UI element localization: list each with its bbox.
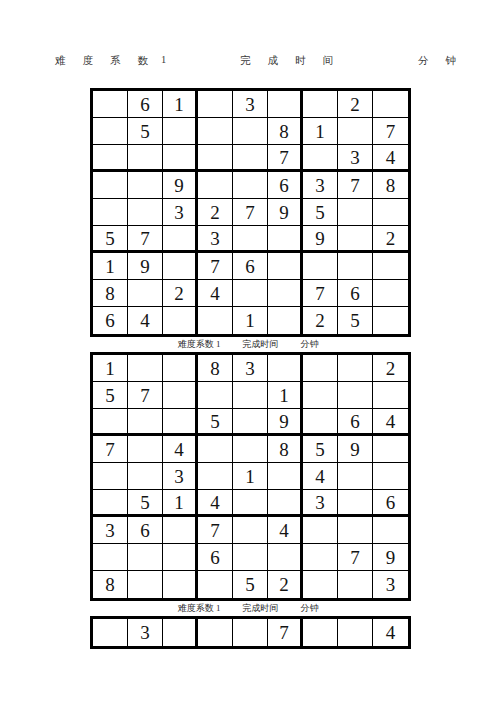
- grid-2-caption: 难度系数 1 完成时间 分钟: [0, 602, 496, 615]
- sudoku-cell: 4: [128, 307, 163, 334]
- sudoku-cell: [338, 463, 373, 490]
- sudoku-cell: [303, 355, 338, 382]
- sudoku-cell: 5: [338, 307, 373, 334]
- sudoku-cell: 3: [163, 463, 198, 490]
- sudoku-cell: [163, 253, 198, 280]
- sudoku-cell: 9: [303, 226, 338, 253]
- sudoku-cell: [233, 280, 268, 307]
- sudoku-cell: 8: [93, 280, 128, 307]
- sudoku-cell: [163, 307, 198, 334]
- sudoku-grid-2: 18325715964748593145143636746798523: [90, 352, 411, 601]
- sudoku-cell: [338, 571, 373, 598]
- sudoku-cell: 5: [303, 199, 338, 226]
- sudoku-cell: 1: [93, 253, 128, 280]
- page-header: 难度系数 1 完成时间 分钟: [0, 54, 496, 70]
- sudoku-cell: 3: [303, 172, 338, 199]
- sudoku-cell: 9: [268, 409, 303, 436]
- sudoku-cell: [93, 118, 128, 145]
- sudoku-cell: [93, 463, 128, 490]
- sudoku-cell: [338, 355, 373, 382]
- difficulty-value: 1: [161, 54, 166, 65]
- sudoku-cell: [303, 91, 338, 118]
- sudoku-cell: [233, 145, 268, 172]
- sudoku-cell: 7: [233, 199, 268, 226]
- sudoku-cell: [373, 253, 408, 280]
- sudoku-cell: 1: [233, 463, 268, 490]
- sudoku-cell: [93, 490, 128, 517]
- sudoku-cell: 4: [268, 517, 303, 544]
- sudoku-cell: [233, 490, 268, 517]
- sudoku-cell: [338, 517, 373, 544]
- sudoku-cell: 7: [198, 517, 233, 544]
- difficulty-label: 难度系数: [55, 54, 165, 68]
- sudoku-cell: 5: [93, 382, 128, 409]
- sudoku-cell: [163, 544, 198, 571]
- sudoku-cell: [163, 145, 198, 172]
- sudoku-cell: [233, 544, 268, 571]
- sudoku-cell: 9: [373, 544, 408, 571]
- sudoku-cell: 6: [338, 280, 373, 307]
- sudoku-cell: 7: [268, 619, 303, 646]
- sudoku-cell: [338, 382, 373, 409]
- sudoku-cell: 7: [128, 382, 163, 409]
- sudoku-grid-3-partial: 374: [90, 616, 411, 649]
- sudoku-cell: 5: [303, 436, 338, 463]
- sudoku-cell: [93, 172, 128, 199]
- sudoku-cell: [163, 409, 198, 436]
- caption-time: 完成时间: [242, 338, 278, 351]
- sudoku-cell: 1: [93, 355, 128, 382]
- sudoku-cell: 2: [163, 280, 198, 307]
- sudoku-cell: [303, 544, 338, 571]
- sudoku-cell: [373, 307, 408, 334]
- sudoku-cell: [163, 619, 198, 646]
- sudoku-cell: [303, 145, 338, 172]
- sudoku-cell: [128, 409, 163, 436]
- sudoku-cell: [198, 172, 233, 199]
- sudoku-cell: [268, 490, 303, 517]
- sudoku-cell: 6: [128, 91, 163, 118]
- sudoku-cell: [373, 517, 408, 544]
- sudoku-cell: 2: [338, 91, 373, 118]
- sudoku-cell: [198, 463, 233, 490]
- sudoku-cell: 3: [128, 619, 163, 646]
- sudoku-cell: [373, 199, 408, 226]
- sudoku-cell: 3: [233, 355, 268, 382]
- sudoku-cell: 4: [373, 409, 408, 436]
- sudoku-cell: [198, 91, 233, 118]
- sudoku-cell: 9: [268, 199, 303, 226]
- sudoku-cell: [198, 436, 233, 463]
- sudoku-cell: [268, 280, 303, 307]
- sudoku-cell: [303, 382, 338, 409]
- sudoku-cell: [373, 91, 408, 118]
- sudoku-cell: [128, 571, 163, 598]
- sudoku-cell: [233, 517, 268, 544]
- completion-time-label: 完成时间: [240, 54, 350, 68]
- sudoku-cell: [233, 118, 268, 145]
- sudoku-cell: [268, 307, 303, 334]
- sudoku-cell: 7: [338, 172, 373, 199]
- sudoku-cell: [93, 544, 128, 571]
- sudoku-cell: 3: [163, 199, 198, 226]
- sudoku-cell: [373, 382, 408, 409]
- sudoku-cell: [198, 382, 233, 409]
- sudoku-cell: 4: [303, 463, 338, 490]
- sudoku-cell: [268, 226, 303, 253]
- sudoku-cell: [338, 490, 373, 517]
- grid-1-caption: 难度系数 1 完成时间 分钟: [0, 338, 496, 351]
- sudoku-cell: 1: [233, 307, 268, 334]
- sudoku-cell: 6: [233, 253, 268, 280]
- sudoku-cell: [163, 382, 198, 409]
- sudoku-cell: 1: [268, 382, 303, 409]
- sudoku-cell: 9: [338, 436, 373, 463]
- sudoku-cell: [303, 571, 338, 598]
- sudoku-cell: 8: [373, 172, 408, 199]
- sudoku-cell: 5: [198, 409, 233, 436]
- sudoku-cell: 1: [303, 118, 338, 145]
- sudoku-cell: [93, 145, 128, 172]
- sudoku-cell: [198, 619, 233, 646]
- sudoku-cell: 3: [338, 145, 373, 172]
- sudoku-cell: [163, 355, 198, 382]
- sudoku-cell: [373, 280, 408, 307]
- sudoku-cell: 9: [128, 253, 163, 280]
- sudoku-cell: 1: [163, 490, 198, 517]
- caption-minutes: 分钟: [300, 338, 318, 351]
- sudoku-cell: 2: [373, 355, 408, 382]
- sudoku-cell: [233, 409, 268, 436]
- minutes-label: 分钟: [418, 54, 473, 68]
- sudoku-worksheet-page: 难度系数 1 完成时间 分钟 6132581773496378327955739…: [0, 0, 496, 702]
- sudoku-cell: [233, 226, 268, 253]
- sudoku-cell: 4: [198, 280, 233, 307]
- sudoku-cell: [303, 619, 338, 646]
- sudoku-cell: [338, 253, 373, 280]
- caption-minutes: 分钟: [300, 602, 318, 615]
- sudoku-grid-1: 6132581773496378327955739219768247664125: [90, 88, 411, 337]
- sudoku-cell: [93, 199, 128, 226]
- sudoku-cell: 6: [128, 517, 163, 544]
- sudoku-cell: [198, 307, 233, 334]
- sudoku-cell: 7: [268, 145, 303, 172]
- sudoku-cell: [233, 619, 268, 646]
- sudoku-cell: 9: [163, 172, 198, 199]
- sudoku-cell: 7: [303, 280, 338, 307]
- caption-difficulty: 难度系数 1: [178, 602, 221, 615]
- sudoku-cell: [163, 571, 198, 598]
- sudoku-cell: 5: [233, 571, 268, 598]
- sudoku-cell: 8: [198, 355, 233, 382]
- sudoku-cell: [163, 118, 198, 145]
- sudoku-cell: [338, 619, 373, 646]
- sudoku-cell: 8: [268, 118, 303, 145]
- sudoku-cell: [338, 199, 373, 226]
- sudoku-cell: 8: [268, 436, 303, 463]
- sudoku-cell: [93, 619, 128, 646]
- sudoku-cell: 1: [163, 91, 198, 118]
- sudoku-cell: [128, 172, 163, 199]
- sudoku-cell: [268, 463, 303, 490]
- sudoku-cell: [163, 517, 198, 544]
- sudoku-cell: [128, 199, 163, 226]
- sudoku-cell: 6: [338, 409, 373, 436]
- sudoku-cell: 4: [163, 436, 198, 463]
- sudoku-cell: [303, 253, 338, 280]
- sudoku-cell: 4: [198, 490, 233, 517]
- sudoku-cell: 2: [373, 226, 408, 253]
- caption-difficulty: 难度系数 1: [178, 338, 221, 351]
- sudoku-cell: [128, 544, 163, 571]
- sudoku-cell: [198, 118, 233, 145]
- sudoku-cell: 3: [93, 517, 128, 544]
- sudoku-cell: [163, 226, 198, 253]
- sudoku-cell: 3: [198, 226, 233, 253]
- caption-time: 完成时间: [242, 602, 278, 615]
- sudoku-cell: [303, 517, 338, 544]
- sudoku-cell: [268, 91, 303, 118]
- sudoku-cell: 4: [373, 619, 408, 646]
- sudoku-cell: [338, 226, 373, 253]
- sudoku-cell: 2: [198, 199, 233, 226]
- sudoku-cell: 7: [198, 253, 233, 280]
- sudoku-cell: 3: [303, 490, 338, 517]
- sudoku-cell: [128, 280, 163, 307]
- sudoku-cell: [268, 544, 303, 571]
- sudoku-cell: 3: [373, 571, 408, 598]
- sudoku-cell: [198, 571, 233, 598]
- sudoku-cell: 7: [128, 226, 163, 253]
- sudoku-cell: [373, 436, 408, 463]
- sudoku-cell: 5: [128, 490, 163, 517]
- sudoku-cell: 5: [128, 118, 163, 145]
- sudoku-cell: [268, 253, 303, 280]
- sudoku-cell: 6: [93, 307, 128, 334]
- sudoku-cell: [128, 355, 163, 382]
- sudoku-cell: [268, 355, 303, 382]
- sudoku-cell: [93, 409, 128, 436]
- sudoku-cell: [303, 409, 338, 436]
- sudoku-cell: [233, 172, 268, 199]
- sudoku-cell: [233, 436, 268, 463]
- sudoku-cell: [128, 145, 163, 172]
- sudoku-cell: 4: [373, 145, 408, 172]
- sudoku-cell: [373, 463, 408, 490]
- sudoku-cell: [233, 382, 268, 409]
- sudoku-cell: [93, 91, 128, 118]
- sudoku-cell: 7: [338, 544, 373, 571]
- sudoku-cell: 6: [373, 490, 408, 517]
- sudoku-cell: 6: [198, 544, 233, 571]
- sudoku-cell: 8: [93, 571, 128, 598]
- sudoku-cell: 7: [373, 118, 408, 145]
- sudoku-cell: 2: [268, 571, 303, 598]
- sudoku-cell: 2: [303, 307, 338, 334]
- sudoku-cell: [338, 118, 373, 145]
- sudoku-cell: 5: [93, 226, 128, 253]
- sudoku-cell: [128, 463, 163, 490]
- sudoku-cell: [198, 145, 233, 172]
- sudoku-cell: 3: [233, 91, 268, 118]
- sudoku-cell: 6: [268, 172, 303, 199]
- sudoku-cell: [128, 436, 163, 463]
- sudoku-cell: 7: [93, 436, 128, 463]
